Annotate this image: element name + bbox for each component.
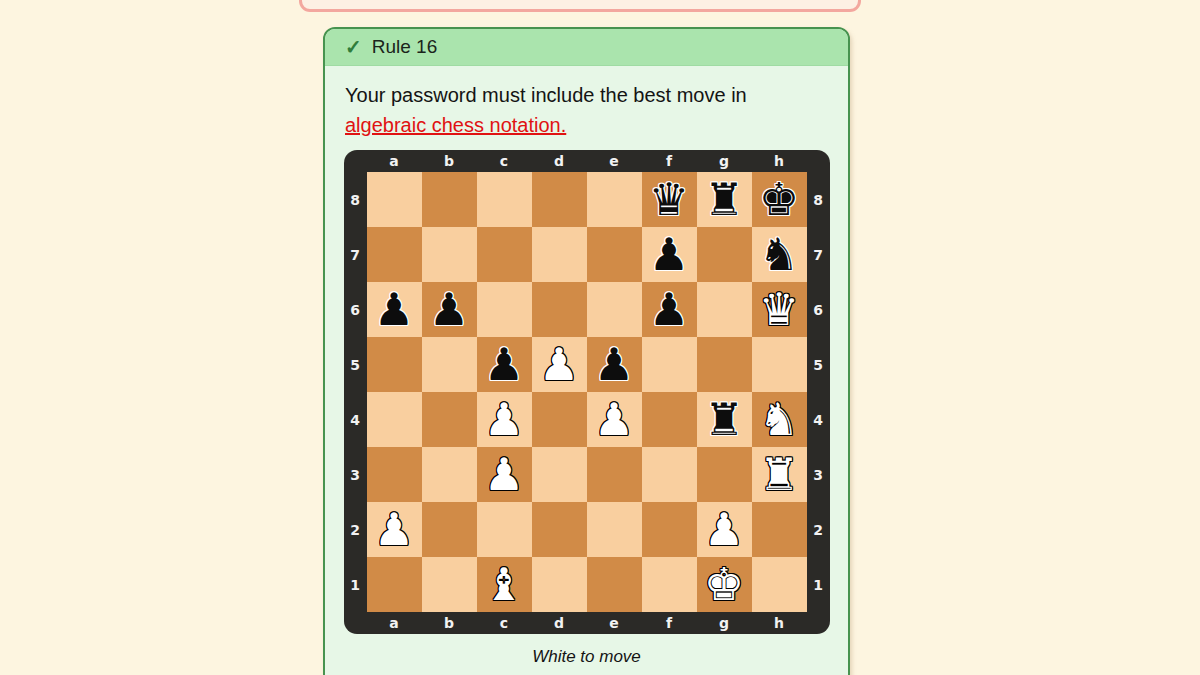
algebraic-notation-link[interactable]: algebraic chess notation. [345,114,566,136]
square-c8 [477,172,532,227]
rank-label-7: 7 [344,227,367,282]
file-label-h: h [752,150,807,172]
square-c3: ♟ [477,447,532,502]
square-g2: ♟ [697,502,752,557]
file-label-h: h [752,612,807,634]
white-bishop: ♝ [477,557,532,612]
rank-label-1: 1 [344,557,367,612]
file-label-b: b [422,612,477,634]
square-b8 [422,172,477,227]
square-c5: ♟ [477,337,532,392]
square-d7 [532,227,587,282]
black-pawn: ♟ [642,282,697,337]
square-h4: ♞ [752,392,807,447]
file-labels-top: abcdefgh [367,150,807,172]
square-g7 [697,227,752,282]
square-e2 [587,502,642,557]
rank-label-7: 7 [807,227,830,282]
rank-label-3: 3 [807,447,830,502]
square-h3: ♜ [752,447,807,502]
black-pawn: ♟ [477,337,532,392]
square-c6 [477,282,532,337]
square-g8: ♜ [697,172,752,227]
rank-label-5: 5 [807,337,830,392]
black-pawn: ♟ [642,227,697,282]
rule-description: Your password must include the best move… [325,66,848,140]
square-b2 [422,502,477,557]
square-f3 [642,447,697,502]
square-a6: ♟ [367,282,422,337]
square-b3 [422,447,477,502]
file-label-f: f [642,150,697,172]
square-c4: ♟ [477,392,532,447]
square-h2 [752,502,807,557]
white-pawn: ♟ [367,502,422,557]
rank-labels-right: 87654321 [807,172,830,612]
page: { "page": {"background_color": "#fdf5e0"… [0,0,1200,675]
square-a5 [367,337,422,392]
rank-label-1: 1 [807,557,830,612]
white-queen: ♛ [752,282,807,337]
file-label-f: f [642,612,697,634]
square-d6 [532,282,587,337]
file-label-e: e [587,150,642,172]
square-c1: ♝ [477,557,532,612]
black-king: ♚ [752,172,807,227]
square-c2 [477,502,532,557]
square-d2 [532,502,587,557]
square-a2: ♟ [367,502,422,557]
file-label-e: e [587,612,642,634]
square-b4 [422,392,477,447]
square-d3 [532,447,587,502]
black-rook: ♜ [697,172,752,227]
square-a7 [367,227,422,282]
black-knight: ♞ [752,227,807,282]
square-d8 [532,172,587,227]
chess-board: abcdefgh 87654321 ♛♜♚♟♞♟♟♟♛♟♟♟♟♟♜♞♟♜♟♟♝♚… [344,150,830,634]
square-d4 [532,392,587,447]
square-h8: ♚ [752,172,807,227]
file-label-b: b [422,150,477,172]
file-label-g: g [697,612,752,634]
square-g1: ♚ [697,557,752,612]
square-d1 [532,557,587,612]
square-h6: ♛ [752,282,807,337]
white-pawn: ♟ [532,337,587,392]
file-label-g: g [697,150,752,172]
white-rook: ♜ [752,447,807,502]
black-pawn: ♟ [422,282,477,337]
rank-label-4: 4 [344,392,367,447]
square-f2 [642,502,697,557]
square-e6 [587,282,642,337]
rule-card-header: ✓ Rule 16 [325,29,848,66]
file-label-a: a [367,612,422,634]
black-queen: ♛ [642,172,697,227]
square-b5 [422,337,477,392]
rank-label-8: 8 [344,172,367,227]
square-f4 [642,392,697,447]
square-g6 [697,282,752,337]
file-labels-bottom: abcdefgh [367,612,807,634]
rank-label-8: 8 [807,172,830,227]
file-label-c: c [477,612,532,634]
square-e7 [587,227,642,282]
square-e4: ♟ [587,392,642,447]
rule-card: ✓ Rule 16 Your password must include the… [323,27,850,675]
file-label-c: c [477,150,532,172]
board-squares: ♛♜♚♟♞♟♟♟♛♟♟♟♟♟♜♞♟♜♟♟♝♚ [367,172,807,612]
rank-label-2: 2 [344,502,367,557]
square-f7: ♟ [642,227,697,282]
white-pawn: ♟ [697,502,752,557]
square-f8: ♛ [642,172,697,227]
square-f5 [642,337,697,392]
rank-label-4: 4 [807,392,830,447]
rank-label-3: 3 [344,447,367,502]
rank-label-2: 2 [807,502,830,557]
white-pawn: ♟ [477,447,532,502]
square-b6: ♟ [422,282,477,337]
white-pawn: ♟ [477,392,532,447]
board-frame: abcdefgh 87654321 ♛♜♚♟♞♟♟♟♛♟♟♟♟♟♜♞♟♜♟♟♝♚… [344,150,830,634]
square-f6: ♟ [642,282,697,337]
square-b7 [422,227,477,282]
square-a8 [367,172,422,227]
square-a4 [367,392,422,447]
file-label-d: d [532,150,587,172]
square-c7 [477,227,532,282]
square-h5 [752,337,807,392]
square-d5: ♟ [532,337,587,392]
rank-label-6: 6 [344,282,367,337]
square-a3 [367,447,422,502]
check-icon: ✓ [345,37,362,57]
square-e3 [587,447,642,502]
square-e5: ♟ [587,337,642,392]
square-h1 [752,557,807,612]
white-king: ♚ [697,557,752,612]
square-g5 [697,337,752,392]
rank-labels-left: 87654321 [344,172,367,612]
square-e8 [587,172,642,227]
black-rook: ♜ [697,392,752,447]
rule-description-text: Your password must include the best move… [345,84,747,106]
white-knight: ♞ [752,392,807,447]
turn-caption: White to move [325,647,848,667]
white-pawn: ♟ [587,392,642,447]
rule-title: Rule 16 [372,36,438,58]
previous-rule-card-edge [299,0,861,12]
black-pawn: ♟ [367,282,422,337]
square-b1 [422,557,477,612]
square-g4: ♜ [697,392,752,447]
square-h7: ♞ [752,227,807,282]
black-pawn: ♟ [587,337,642,392]
square-g3 [697,447,752,502]
square-f1 [642,557,697,612]
file-label-a: a [367,150,422,172]
rank-label-5: 5 [344,337,367,392]
square-a1 [367,557,422,612]
square-e1 [587,557,642,612]
file-label-d: d [532,612,587,634]
rank-label-6: 6 [807,282,830,337]
